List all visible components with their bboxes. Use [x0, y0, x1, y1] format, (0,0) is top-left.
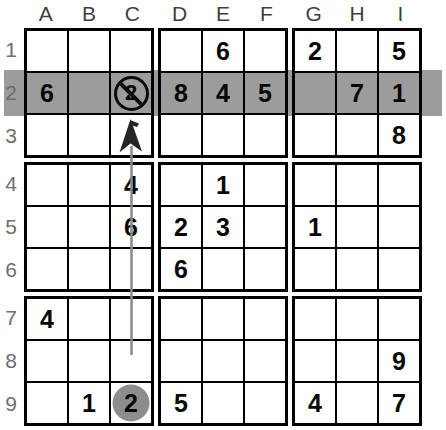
cell-E5: 3 — [203, 207, 243, 247]
row-label-2: 2 — [0, 71, 22, 114]
row-label-8: 8 — [0, 339, 22, 382]
box-middle-middle: 1 2 3 6 — [158, 162, 288, 292]
cell-G4 — [295, 165, 335, 205]
cell-G2 — [295, 73, 335, 113]
cell-E7 — [203, 299, 243, 339]
cell-digit: 2 — [124, 389, 138, 418]
cell-A3 — [27, 115, 67, 155]
cell-E8 — [203, 341, 243, 381]
column-label-group: G H I — [292, 0, 422, 26]
box-top-right: 2 5 7 1 8 — [292, 28, 422, 158]
cell-G1: 2 — [295, 31, 335, 71]
cell-I3: 8 — [379, 115, 419, 155]
row-label-5: 5 — [0, 205, 22, 248]
cell-D2: 8 — [161, 73, 201, 113]
row-label-1: 1 — [0, 28, 22, 71]
box-bottom-left: 4 1 2 — [24, 296, 154, 426]
column-labels: A B C D E F G H I — [24, 0, 422, 26]
box-bottom-right: 9 4 7 — [292, 296, 422, 426]
column-label-D: D — [158, 0, 201, 26]
cell-B4 — [69, 165, 109, 205]
column-label-B: B — [67, 0, 110, 26]
cell-H6 — [337, 249, 377, 289]
cell-I9: 7 — [379, 383, 419, 423]
cell-E1: 6 — [203, 31, 243, 71]
cell-B9: 1 — [69, 383, 109, 423]
cell-F7 — [245, 299, 285, 339]
cell-B1 — [69, 31, 109, 71]
row-labels: 1 2 3 4 5 6 7 8 9 — [0, 28, 22, 426]
cell-A5 — [27, 207, 67, 247]
row-label-7: 7 — [0, 296, 22, 339]
box-row: 6 2 6 8 4 5 — [24, 28, 422, 158]
cell-I8: 9 — [379, 341, 419, 381]
row-label-4: 4 — [0, 162, 22, 205]
cell-G8 — [295, 341, 335, 381]
cell-F3 — [245, 115, 285, 155]
cell-C3 — [111, 115, 151, 155]
cell-E4: 1 — [203, 165, 243, 205]
cell-D3 — [161, 115, 201, 155]
cell-I1: 5 — [379, 31, 419, 71]
cell-D7 — [161, 299, 201, 339]
cell-C4: 4 — [111, 165, 151, 205]
cell-C9: 2 — [111, 383, 151, 423]
cell-D1 — [161, 31, 201, 71]
box-row: 4 1 2 5 — [24, 296, 422, 426]
cell-H3 — [337, 115, 377, 155]
cell-I4 — [379, 165, 419, 205]
cell-F4 — [245, 165, 285, 205]
cell-C8 — [111, 341, 151, 381]
cell-H8 — [337, 341, 377, 381]
column-label-H: H — [335, 0, 378, 26]
row-label-group: 7 8 9 — [0, 296, 22, 426]
cell-I6 — [379, 249, 419, 289]
cell-E9 — [203, 383, 243, 423]
cell-G6 — [295, 249, 335, 289]
cell-A9 — [27, 383, 67, 423]
box-middle-right: 1 — [292, 162, 422, 292]
box-top-middle: 6 8 4 5 — [158, 28, 288, 158]
cell-I7 — [379, 299, 419, 339]
cell-B8 — [69, 341, 109, 381]
cell-F2: 5 — [245, 73, 285, 113]
column-label-I: I — [379, 0, 422, 26]
cell-H7 — [337, 299, 377, 339]
cell-B7 — [69, 299, 109, 339]
box-top-left: 6 2 — [24, 28, 154, 158]
cell-A4 — [27, 165, 67, 205]
row-label-9: 9 — [0, 383, 22, 426]
cell-D9: 5 — [161, 383, 201, 423]
cell-C1 — [111, 31, 151, 71]
cell-H1 — [337, 31, 377, 71]
cell-G7 — [295, 299, 335, 339]
cell-D6: 6 — [161, 249, 201, 289]
cell-C7 — [111, 299, 151, 339]
cell-G3 — [295, 115, 335, 155]
column-label-group: D E F — [158, 0, 288, 26]
column-label-G: G — [292, 0, 335, 26]
cell-G9: 4 — [295, 383, 335, 423]
cell-H5 — [337, 207, 377, 247]
cell-I2: 1 — [379, 73, 419, 113]
cell-F9 — [245, 383, 285, 423]
cell-G5: 1 — [295, 207, 335, 247]
cell-A1 — [27, 31, 67, 71]
cell-C6 — [111, 249, 151, 289]
cell-H2: 7 — [337, 73, 377, 113]
cell-E2: 4 — [203, 73, 243, 113]
cell-F1 — [245, 31, 285, 71]
cell-A7: 4 — [27, 299, 67, 339]
box-row: 4 6 1 2 3 6 — [24, 162, 422, 292]
cell-I5 — [379, 207, 419, 247]
sudoku-board: 6 2 6 8 4 5 — [24, 28, 422, 426]
cell-E6 — [203, 249, 243, 289]
cell-H9 — [337, 383, 377, 423]
column-label-F: F — [245, 0, 288, 26]
sudoku-diagram: A B C D E F G H I 1 2 3 4 5 6 7 8 9 — [0, 0, 446, 430]
cell-F8 — [245, 341, 285, 381]
cell-F5 — [245, 207, 285, 247]
column-label-C: C — [111, 0, 154, 26]
box-middle-left: 4 6 — [24, 162, 154, 292]
row-label-6: 6 — [0, 249, 22, 292]
cell-B6 — [69, 249, 109, 289]
eliminated-candidate-mark: 2 — [114, 76, 149, 111]
cell-D5: 2 — [161, 207, 201, 247]
cell-A6 — [27, 249, 67, 289]
cell-C5: 6 — [111, 207, 151, 247]
cell-A2: 6 — [27, 73, 67, 113]
cell-C2: 2 — [111, 73, 151, 113]
box-bottom-middle: 5 — [158, 296, 288, 426]
cell-H4 — [337, 165, 377, 205]
column-label-group: A B C — [24, 0, 154, 26]
cell-D8 — [161, 341, 201, 381]
cell-B3 — [69, 115, 109, 155]
column-label-E: E — [201, 0, 244, 26]
row-label-group: 4 5 6 — [0, 162, 22, 292]
cell-F6 — [245, 249, 285, 289]
row-label-group: 1 2 3 — [0, 28, 22, 158]
cell-B2 — [69, 73, 109, 113]
cell-E3 — [203, 115, 243, 155]
cell-B5 — [69, 207, 109, 247]
cell-D4 — [161, 165, 201, 205]
row-label-3: 3 — [0, 115, 22, 158]
column-label-A: A — [24, 0, 67, 26]
cell-A8 — [27, 341, 67, 381]
